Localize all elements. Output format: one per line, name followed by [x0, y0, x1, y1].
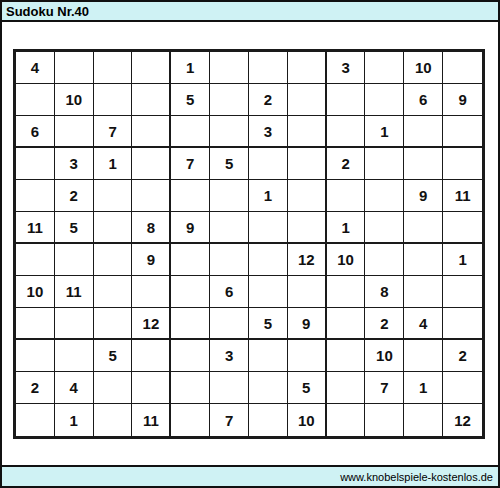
- sudoku-cell: 8: [365, 276, 404, 308]
- sudoku-cell: [132, 372, 171, 404]
- puzzle-area: 4131010526967313175221911115891912101101…: [2, 22, 498, 465]
- sudoku-cell: [171, 116, 210, 148]
- sudoku-cell: [16, 244, 55, 276]
- sudoku-cell: [404, 148, 443, 180]
- sudoku-cell: 5: [249, 308, 288, 340]
- sudoku-cell: [365, 84, 404, 116]
- sudoku-cell: [249, 52, 288, 84]
- sudoku-cell: [94, 52, 133, 84]
- sudoku-cell: [249, 276, 288, 308]
- sudoku-cell: [55, 340, 94, 372]
- sudoku-cell: [288, 52, 327, 84]
- sudoku-cell: [94, 308, 133, 340]
- sudoku-cell: 7: [94, 116, 133, 148]
- sudoku-cell: 2: [443, 340, 482, 372]
- sudoku-cell: 5: [55, 212, 94, 244]
- sudoku-cell: 1: [171, 52, 210, 84]
- sudoku-cell: [288, 84, 327, 116]
- sudoku-cell: [16, 84, 55, 116]
- sudoku-cell: [210, 308, 249, 340]
- sudoku-cell: [55, 308, 94, 340]
- sudoku-cell: [16, 308, 55, 340]
- sudoku-cell: 1: [327, 212, 366, 244]
- sudoku-cell: 1: [404, 372, 443, 404]
- sudoku-cell: [288, 340, 327, 372]
- sudoku-cell: 4: [55, 372, 94, 404]
- sudoku-cell: [404, 244, 443, 276]
- sudoku-cell: [249, 244, 288, 276]
- sudoku-cell: [132, 84, 171, 116]
- sudoku-cell: [327, 404, 366, 436]
- sudoku-cell: 12: [132, 308, 171, 340]
- sudoku-cell: [288, 180, 327, 212]
- sudoku-cell: 9: [132, 244, 171, 276]
- sudoku-cell: [94, 180, 133, 212]
- sudoku-cell: [404, 276, 443, 308]
- sudoku-cell: [443, 116, 482, 148]
- sudoku-cell: [94, 372, 133, 404]
- sudoku-cell: [443, 148, 482, 180]
- sudoku-cell: [443, 372, 482, 404]
- sudoku-cell: 3: [249, 116, 288, 148]
- sudoku-cell: [55, 244, 94, 276]
- sudoku-cell: [94, 404, 133, 436]
- sudoku-cell: [132, 180, 171, 212]
- sudoku-cell: [327, 180, 366, 212]
- sudoku-cell: [327, 84, 366, 116]
- sudoku-cell: 9: [443, 84, 482, 116]
- sudoku-cell: 6: [404, 84, 443, 116]
- sudoku-cell: [171, 308, 210, 340]
- sudoku-cell: [365, 180, 404, 212]
- sudoku-cell: [171, 276, 210, 308]
- sudoku-cell: [443, 308, 482, 340]
- sudoku-cell: [94, 276, 133, 308]
- sudoku-cell: [327, 308, 366, 340]
- sudoku-cell: [210, 180, 249, 212]
- sudoku-cell: 11: [55, 276, 94, 308]
- sudoku-cell: [443, 276, 482, 308]
- sudoku-cell: [288, 212, 327, 244]
- sudoku-cell: [404, 116, 443, 148]
- sudoku-cell: [404, 212, 443, 244]
- sudoku-cell: 2: [249, 84, 288, 116]
- sudoku-cell: [55, 52, 94, 84]
- sudoku-cell: 11: [16, 212, 55, 244]
- sudoku-cell: 10: [288, 404, 327, 436]
- sudoku-cell: [365, 404, 404, 436]
- sudoku-cell: [210, 116, 249, 148]
- sudoku-cell: [94, 84, 133, 116]
- sudoku-cell: [288, 116, 327, 148]
- sudoku-cell: 5: [288, 372, 327, 404]
- page-title: Sudoku Nr.40: [6, 4, 89, 19]
- sudoku-cell: 2: [55, 180, 94, 212]
- sudoku-cell: 10: [365, 340, 404, 372]
- sudoku-cell: 6: [210, 276, 249, 308]
- sudoku-cell: [249, 372, 288, 404]
- website-url[interactable]: www.knobelspiele-kostenlos.de: [340, 471, 493, 483]
- sudoku-cell: [171, 340, 210, 372]
- sudoku-cell: 12: [288, 244, 327, 276]
- sudoku-cell: [210, 52, 249, 84]
- sudoku-cell: [443, 212, 482, 244]
- sudoku-cell: [55, 116, 94, 148]
- sudoku-cell: 2: [16, 372, 55, 404]
- sudoku-cell: [94, 212, 133, 244]
- sudoku-cell: [132, 148, 171, 180]
- sudoku-cell: [365, 148, 404, 180]
- sudoku-cell: 3: [55, 148, 94, 180]
- sudoku-cell: 9: [404, 180, 443, 212]
- sudoku-cell: [327, 340, 366, 372]
- footer-bar: www.knobelspiele-kostenlos.de: [2, 465, 498, 486]
- sudoku-cell: [249, 404, 288, 436]
- sudoku-cell: 10: [404, 52, 443, 84]
- title-bar: Sudoku Nr.40: [2, 2, 498, 22]
- sudoku-cell: [327, 276, 366, 308]
- sudoku-cell: [288, 148, 327, 180]
- sudoku-cell: 8: [132, 212, 171, 244]
- sudoku-cell: 2: [327, 148, 366, 180]
- sudoku-cell: [249, 148, 288, 180]
- sudoku-cell: [249, 212, 288, 244]
- sudoku-cell: 9: [171, 212, 210, 244]
- sudoku-cell: [249, 340, 288, 372]
- sudoku-cell: 4: [404, 308, 443, 340]
- sudoku-cell: [443, 52, 482, 84]
- sudoku-cell: [16, 340, 55, 372]
- sudoku-cell: 5: [171, 84, 210, 116]
- sudoku-cell: 10: [327, 244, 366, 276]
- sudoku-cell: 1: [365, 116, 404, 148]
- sudoku-cell: 3: [210, 340, 249, 372]
- sudoku-cell: [327, 116, 366, 148]
- sudoku-cell: [132, 52, 171, 84]
- sudoku-cell: [171, 244, 210, 276]
- sudoku-cell: [210, 84, 249, 116]
- sudoku-cell: [365, 212, 404, 244]
- sudoku-cell: [16, 180, 55, 212]
- sudoku-cell: 3: [327, 52, 366, 84]
- sudoku-cell: 11: [443, 180, 482, 212]
- sudoku-cell: 11: [132, 404, 171, 436]
- sudoku-cell: [171, 404, 210, 436]
- sudoku-cell: [132, 276, 171, 308]
- sudoku-cell: 5: [210, 148, 249, 180]
- sudoku-cell: [16, 148, 55, 180]
- sudoku-cell: [365, 244, 404, 276]
- sudoku-cell: [171, 372, 210, 404]
- sudoku-cell: 1: [55, 404, 94, 436]
- sudoku-cell: [404, 404, 443, 436]
- sudoku-cell: [210, 212, 249, 244]
- sudoku-cell: 7: [171, 148, 210, 180]
- sudoku-cell: [210, 244, 249, 276]
- sudoku-cell: [171, 180, 210, 212]
- sudoku-cell: [327, 372, 366, 404]
- sudoku-cell: [94, 244, 133, 276]
- sudoku-page: Sudoku Nr.40 413101052696731317522191111…: [0, 0, 500, 488]
- sudoku-cell: [288, 276, 327, 308]
- sudoku-cell: [210, 372, 249, 404]
- sudoku-cell: 7: [365, 372, 404, 404]
- sudoku-cell: 4: [16, 52, 55, 84]
- sudoku-cell: 9: [288, 308, 327, 340]
- sudoku-cell: 1: [249, 180, 288, 212]
- sudoku-cell: 5: [94, 340, 133, 372]
- sudoku-cell: 2: [365, 308, 404, 340]
- sudoku-cell: [132, 116, 171, 148]
- sudoku-cell: 10: [55, 84, 94, 116]
- sudoku-cell: [404, 340, 443, 372]
- sudoku-cell: 1: [443, 244, 482, 276]
- sudoku-cell: 6: [16, 116, 55, 148]
- sudoku-cell: [132, 340, 171, 372]
- sudoku-cell: 7: [210, 404, 249, 436]
- sudoku-cell: 1: [94, 148, 133, 180]
- sudoku-cell: 12: [443, 404, 482, 436]
- sudoku-grid: 4131010526967313175221911115891912101101…: [13, 49, 485, 439]
- sudoku-cell: 10: [16, 276, 55, 308]
- sudoku-cell: [365, 52, 404, 84]
- sudoku-cell: [16, 404, 55, 436]
